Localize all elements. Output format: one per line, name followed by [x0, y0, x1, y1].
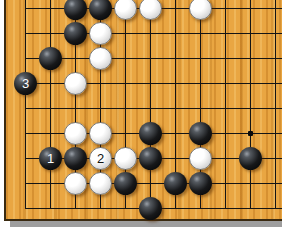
- white-stone-C2[interactable]: [64, 172, 87, 195]
- black-stone-E2[interactable]: [114, 172, 137, 195]
- black-stone-B3[interactable]: 1: [39, 147, 62, 170]
- black-stone-B7[interactable]: [39, 47, 62, 70]
- black-stone-H2[interactable]: [189, 172, 212, 195]
- black-stone-F3[interactable]: [139, 147, 162, 170]
- grid-line-vertical-L: [275, 0, 276, 209]
- white-stone-C4[interactable]: [64, 122, 87, 145]
- black-stone-C9[interactable]: [64, 0, 87, 20]
- black-stone-F1[interactable]: [139, 197, 162, 220]
- black-stone-C8[interactable]: [64, 22, 87, 45]
- white-stone-D2[interactable]: [89, 172, 112, 195]
- white-stone-D8[interactable]: [89, 22, 112, 45]
- black-stone-F4[interactable]: [139, 122, 162, 145]
- black-stone-G2[interactable]: [164, 172, 187, 195]
- white-stone-F9[interactable]: [139, 0, 162, 20]
- white-stone-C6[interactable]: [64, 72, 87, 95]
- go-board[interactable]: 312: [4, 0, 282, 221]
- move-number-label-2: 2: [97, 152, 104, 165]
- grid-line-horizontal-5: [25, 108, 282, 109]
- grid-line-vertical-K: [250, 0, 251, 209]
- grid-line-vertical-J: [225, 0, 226, 209]
- white-stone-D3[interactable]: 2: [89, 147, 112, 170]
- grid-line-vertical-F: [150, 0, 151, 209]
- white-stone-D7[interactable]: [89, 47, 112, 70]
- black-stone-D9[interactable]: [89, 0, 112, 20]
- white-stone-H9[interactable]: [189, 0, 212, 20]
- move-number-label-1: 1: [47, 152, 54, 165]
- black-stone-A6[interactable]: 3: [14, 72, 37, 95]
- white-stone-D4[interactable]: [89, 122, 112, 145]
- grid-line-vertical-A: [25, 0, 26, 209]
- black-stone-C3[interactable]: [64, 147, 87, 170]
- star-point-K4: [248, 131, 253, 136]
- grid-line-vertical-B: [50, 0, 51, 209]
- black-stone-K3[interactable]: [239, 147, 262, 170]
- black-stone-H4[interactable]: [189, 122, 212, 145]
- white-stone-E9[interactable]: [114, 0, 137, 20]
- go-diagram-screenshot: 312: [0, 0, 282, 235]
- grid-line-horizontal-7: [25, 58, 282, 59]
- move-number-label-3: 3: [22, 77, 29, 90]
- white-stone-E3[interactable]: [114, 147, 137, 170]
- white-stone-H3[interactable]: [189, 147, 212, 170]
